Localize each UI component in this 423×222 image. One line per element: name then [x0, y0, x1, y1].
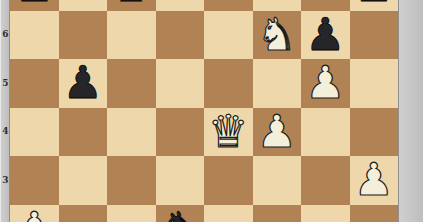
square-e4[interactable]: ♛ — [204, 108, 253, 157]
square-c7[interactable]: ♝ — [107, 0, 156, 11]
piece-white-pawn-g5[interactable]: ♟ — [305, 59, 345, 108]
square-a3[interactable] — [10, 156, 59, 205]
square-f4[interactable]: ♟ — [253, 108, 302, 157]
square-c3[interactable] — [107, 156, 156, 205]
square-a4[interactable] — [10, 108, 59, 157]
square-d6[interactable] — [156, 11, 205, 60]
square-g3[interactable] — [301, 156, 350, 205]
square-d7[interactable] — [156, 0, 205, 11]
square-c2[interactable] — [107, 205, 156, 222]
square-h3[interactable]: ♟ — [350, 156, 399, 205]
square-h5[interactable] — [350, 59, 399, 108]
chess-board[interactable]: ♜♝♜♞♟♟♟♛♟♟♟♞ — [10, 0, 398, 222]
square-b4[interactable] — [59, 108, 108, 157]
square-h7[interactable]: ♜ — [350, 0, 399, 11]
rank-label-4: 4 — [1, 127, 10, 136]
board-viewport: ♜♝♜♞♟♟♟♛♟♟♟♞ — [10, 0, 398, 222]
piece-white-queen-e4[interactable]: ♛ — [208, 108, 248, 157]
piece-black-pawn-g6[interactable]: ♟ — [305, 11, 345, 60]
square-b2[interactable] — [59, 205, 108, 222]
square-b6[interactable] — [59, 11, 108, 60]
square-a6[interactable] — [10, 11, 59, 60]
piece-black-rook-h7[interactable]: ♜ — [354, 0, 394, 11]
square-c5[interactable] — [107, 59, 156, 108]
square-e5[interactable] — [204, 59, 253, 108]
square-b5[interactable]: ♟ — [59, 59, 108, 108]
square-d5[interactable] — [156, 59, 205, 108]
piece-white-pawn-f4[interactable]: ♟ — [257, 108, 297, 157]
square-h6[interactable] — [350, 11, 399, 60]
square-e7[interactable] — [204, 0, 253, 11]
square-d2[interactable]: ♞ — [156, 205, 205, 222]
piece-black-knight-d2[interactable]: ♞ — [160, 205, 200, 222]
square-f5[interactable] — [253, 59, 302, 108]
square-f3[interactable] — [253, 156, 302, 205]
square-d3[interactable] — [156, 156, 205, 205]
square-g5[interactable]: ♟ — [301, 59, 350, 108]
square-f6[interactable]: ♞ — [253, 11, 302, 60]
rank-label-gutter-left: 6543 — [0, 0, 10, 222]
square-h4[interactable] — [350, 108, 399, 157]
rank-label-5: 5 — [1, 79, 10, 88]
rank-label-6: 6 — [1, 30, 10, 39]
square-h2[interactable] — [350, 205, 399, 222]
piece-white-pawn-a2[interactable]: ♟ — [14, 205, 54, 222]
square-b7[interactable] — [59, 0, 108, 11]
square-a5[interactable] — [10, 59, 59, 108]
piece-white-knight-f6[interactable]: ♞ — [257, 11, 297, 60]
square-b3[interactable] — [59, 156, 108, 205]
piece-black-pawn-b5[interactable]: ♟ — [63, 59, 103, 108]
square-e3[interactable] — [204, 156, 253, 205]
board-margin-right — [398, 0, 423, 222]
square-d4[interactable] — [156, 108, 205, 157]
square-g2[interactable] — [301, 205, 350, 222]
piece-black-bishop-c7[interactable]: ♝ — [111, 0, 151, 11]
square-f2[interactable] — [253, 205, 302, 222]
square-a2[interactable]: ♟ — [10, 205, 59, 222]
square-e6[interactable] — [204, 11, 253, 60]
rank-label-3: 3 — [1, 176, 10, 185]
square-c6[interactable] — [107, 11, 156, 60]
square-g4[interactable] — [301, 108, 350, 157]
chess-board-screenshot: ♜♝♜♞♟♟♟♛♟♟♟♞ 6543 — [0, 0, 423, 222]
square-g6[interactable]: ♟ — [301, 11, 350, 60]
square-a7[interactable]: ♜ — [10, 0, 59, 11]
piece-white-pawn-h3[interactable]: ♟ — [354, 156, 394, 205]
piece-black-rook-a7[interactable]: ♜ — [14, 0, 54, 11]
square-e2[interactable] — [204, 205, 253, 222]
square-c4[interactable] — [107, 108, 156, 157]
